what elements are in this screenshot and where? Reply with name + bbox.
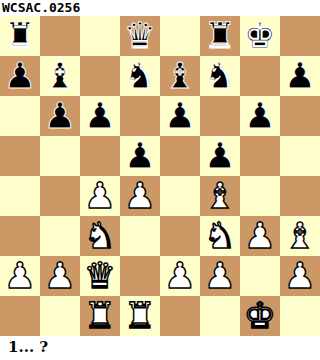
piece-black-pawn: ♟ <box>244 96 276 136</box>
square-d8[interactable]: ♛ <box>120 16 160 56</box>
square-d5[interactable]: ♟ <box>120 136 160 176</box>
piece-black-pawn: ♟ <box>4 56 36 96</box>
piece-white-rook: ♜ <box>84 296 116 336</box>
piece-black-pawn: ♟ <box>44 96 76 136</box>
square-b1[interactable] <box>40 296 80 336</box>
piece-white-pawn: ♟ <box>284 256 316 296</box>
square-d4[interactable]: ♟ <box>120 176 160 216</box>
square-g5[interactable] <box>240 136 280 176</box>
square-e8[interactable] <box>160 16 200 56</box>
square-c6[interactable]: ♟ <box>80 96 120 136</box>
square-g2[interactable] <box>240 256 280 296</box>
piece-white-pawn: ♟ <box>124 176 156 216</box>
square-e4[interactable] <box>160 176 200 216</box>
move-prompt: 1... ? <box>8 338 48 356</box>
piece-white-pawn: ♟ <box>204 256 236 296</box>
square-h8[interactable] <box>280 16 320 56</box>
square-f4[interactable]: ♝ <box>200 176 240 216</box>
square-b3[interactable] <box>40 216 80 256</box>
status-bar: 1... ? <box>0 336 320 360</box>
square-c1[interactable]: ♜ <box>80 296 120 336</box>
piece-white-knight: ♞ <box>204 216 236 256</box>
piece-black-pawn: ♟ <box>124 136 156 176</box>
square-g1[interactable]: ♚ <box>240 296 280 336</box>
piece-black-pawn: ♟ <box>284 56 316 96</box>
chess-puzzle-app: WCSAC.0256 ♜♛♜♚♟♝♞♝♞♟♟♟♟♟♟♟♟♟♝♞♞♟♝♟♟♛♟♟♟… <box>0 0 320 360</box>
square-h3[interactable]: ♝ <box>280 216 320 256</box>
square-e7[interactable]: ♝ <box>160 56 200 96</box>
square-d7[interactable]: ♞ <box>120 56 160 96</box>
piece-black-queen: ♛ <box>124 16 156 56</box>
square-b2[interactable]: ♟ <box>40 256 80 296</box>
piece-black-rook: ♜ <box>204 16 236 56</box>
square-d2[interactable] <box>120 256 160 296</box>
piece-black-knight: ♞ <box>204 56 236 96</box>
square-a5[interactable] <box>0 136 40 176</box>
square-e6[interactable]: ♟ <box>160 96 200 136</box>
square-f6[interactable] <box>200 96 240 136</box>
square-e5[interactable] <box>160 136 200 176</box>
square-b6[interactable]: ♟ <box>40 96 80 136</box>
square-d1[interactable]: ♜ <box>120 296 160 336</box>
piece-black-bishop: ♝ <box>164 56 196 96</box>
title-bar: WCSAC.0256 <box>0 0 320 16</box>
piece-black-rook: ♜ <box>4 16 36 56</box>
piece-white-bishop: ♝ <box>204 176 236 216</box>
piece-white-pawn: ♟ <box>84 176 116 216</box>
square-h2[interactable]: ♟ <box>280 256 320 296</box>
piece-white-pawn: ♟ <box>244 216 276 256</box>
square-c4[interactable]: ♟ <box>80 176 120 216</box>
piece-white-queen: ♛ <box>84 256 116 296</box>
piece-black-pawn: ♟ <box>84 96 116 136</box>
square-b4[interactable] <box>40 176 80 216</box>
square-f1[interactable] <box>200 296 240 336</box>
square-h5[interactable] <box>280 136 320 176</box>
square-a7[interactable]: ♟ <box>0 56 40 96</box>
square-f3[interactable]: ♞ <box>200 216 240 256</box>
square-a8[interactable]: ♜ <box>0 16 40 56</box>
piece-black-knight: ♞ <box>124 56 156 96</box>
square-c3[interactable]: ♞ <box>80 216 120 256</box>
square-h7[interactable]: ♟ <box>280 56 320 96</box>
piece-white-pawn: ♟ <box>4 256 36 296</box>
square-c7[interactable] <box>80 56 120 96</box>
chess-board: ♜♛♜♚♟♝♞♝♞♟♟♟♟♟♟♟♟♟♝♞♞♟♝♟♟♛♟♟♟♜♜♚ <box>0 16 320 336</box>
square-g8[interactable]: ♚ <box>240 16 280 56</box>
piece-black-king: ♚ <box>244 16 276 56</box>
square-h1[interactable] <box>280 296 320 336</box>
square-f8[interactable]: ♜ <box>200 16 240 56</box>
piece-black-pawn: ♟ <box>204 136 236 176</box>
piece-white-pawn: ♟ <box>44 256 76 296</box>
square-a4[interactable] <box>0 176 40 216</box>
piece-white-pawn: ♟ <box>164 256 196 296</box>
piece-black-pawn: ♟ <box>164 96 196 136</box>
square-f7[interactable]: ♞ <box>200 56 240 96</box>
square-f2[interactable]: ♟ <box>200 256 240 296</box>
square-h6[interactable] <box>280 96 320 136</box>
square-b5[interactable] <box>40 136 80 176</box>
square-g7[interactable] <box>240 56 280 96</box>
square-b8[interactable] <box>40 16 80 56</box>
square-g6[interactable]: ♟ <box>240 96 280 136</box>
piece-white-king: ♚ <box>244 296 276 336</box>
square-e2[interactable]: ♟ <box>160 256 200 296</box>
square-f5[interactable]: ♟ <box>200 136 240 176</box>
square-b7[interactable]: ♝ <box>40 56 80 96</box>
square-a3[interactable] <box>0 216 40 256</box>
square-h4[interactable] <box>280 176 320 216</box>
square-d6[interactable] <box>120 96 160 136</box>
square-c2[interactable]: ♛ <box>80 256 120 296</box>
square-g3[interactable]: ♟ <box>240 216 280 256</box>
piece-white-knight: ♞ <box>84 216 116 256</box>
square-a6[interactable] <box>0 96 40 136</box>
square-a2[interactable]: ♟ <box>0 256 40 296</box>
square-c5[interactable] <box>80 136 120 176</box>
square-e1[interactable] <box>160 296 200 336</box>
puzzle-id: WCSAC.0256 <box>2 0 80 15</box>
square-c8[interactable] <box>80 16 120 56</box>
piece-white-rook: ♜ <box>124 296 156 336</box>
piece-white-bishop: ♝ <box>284 216 316 256</box>
square-e3[interactable] <box>160 216 200 256</box>
square-a1[interactable] <box>0 296 40 336</box>
square-d3[interactable] <box>120 216 160 256</box>
square-g4[interactable] <box>240 176 280 216</box>
piece-black-bishop: ♝ <box>44 56 76 96</box>
